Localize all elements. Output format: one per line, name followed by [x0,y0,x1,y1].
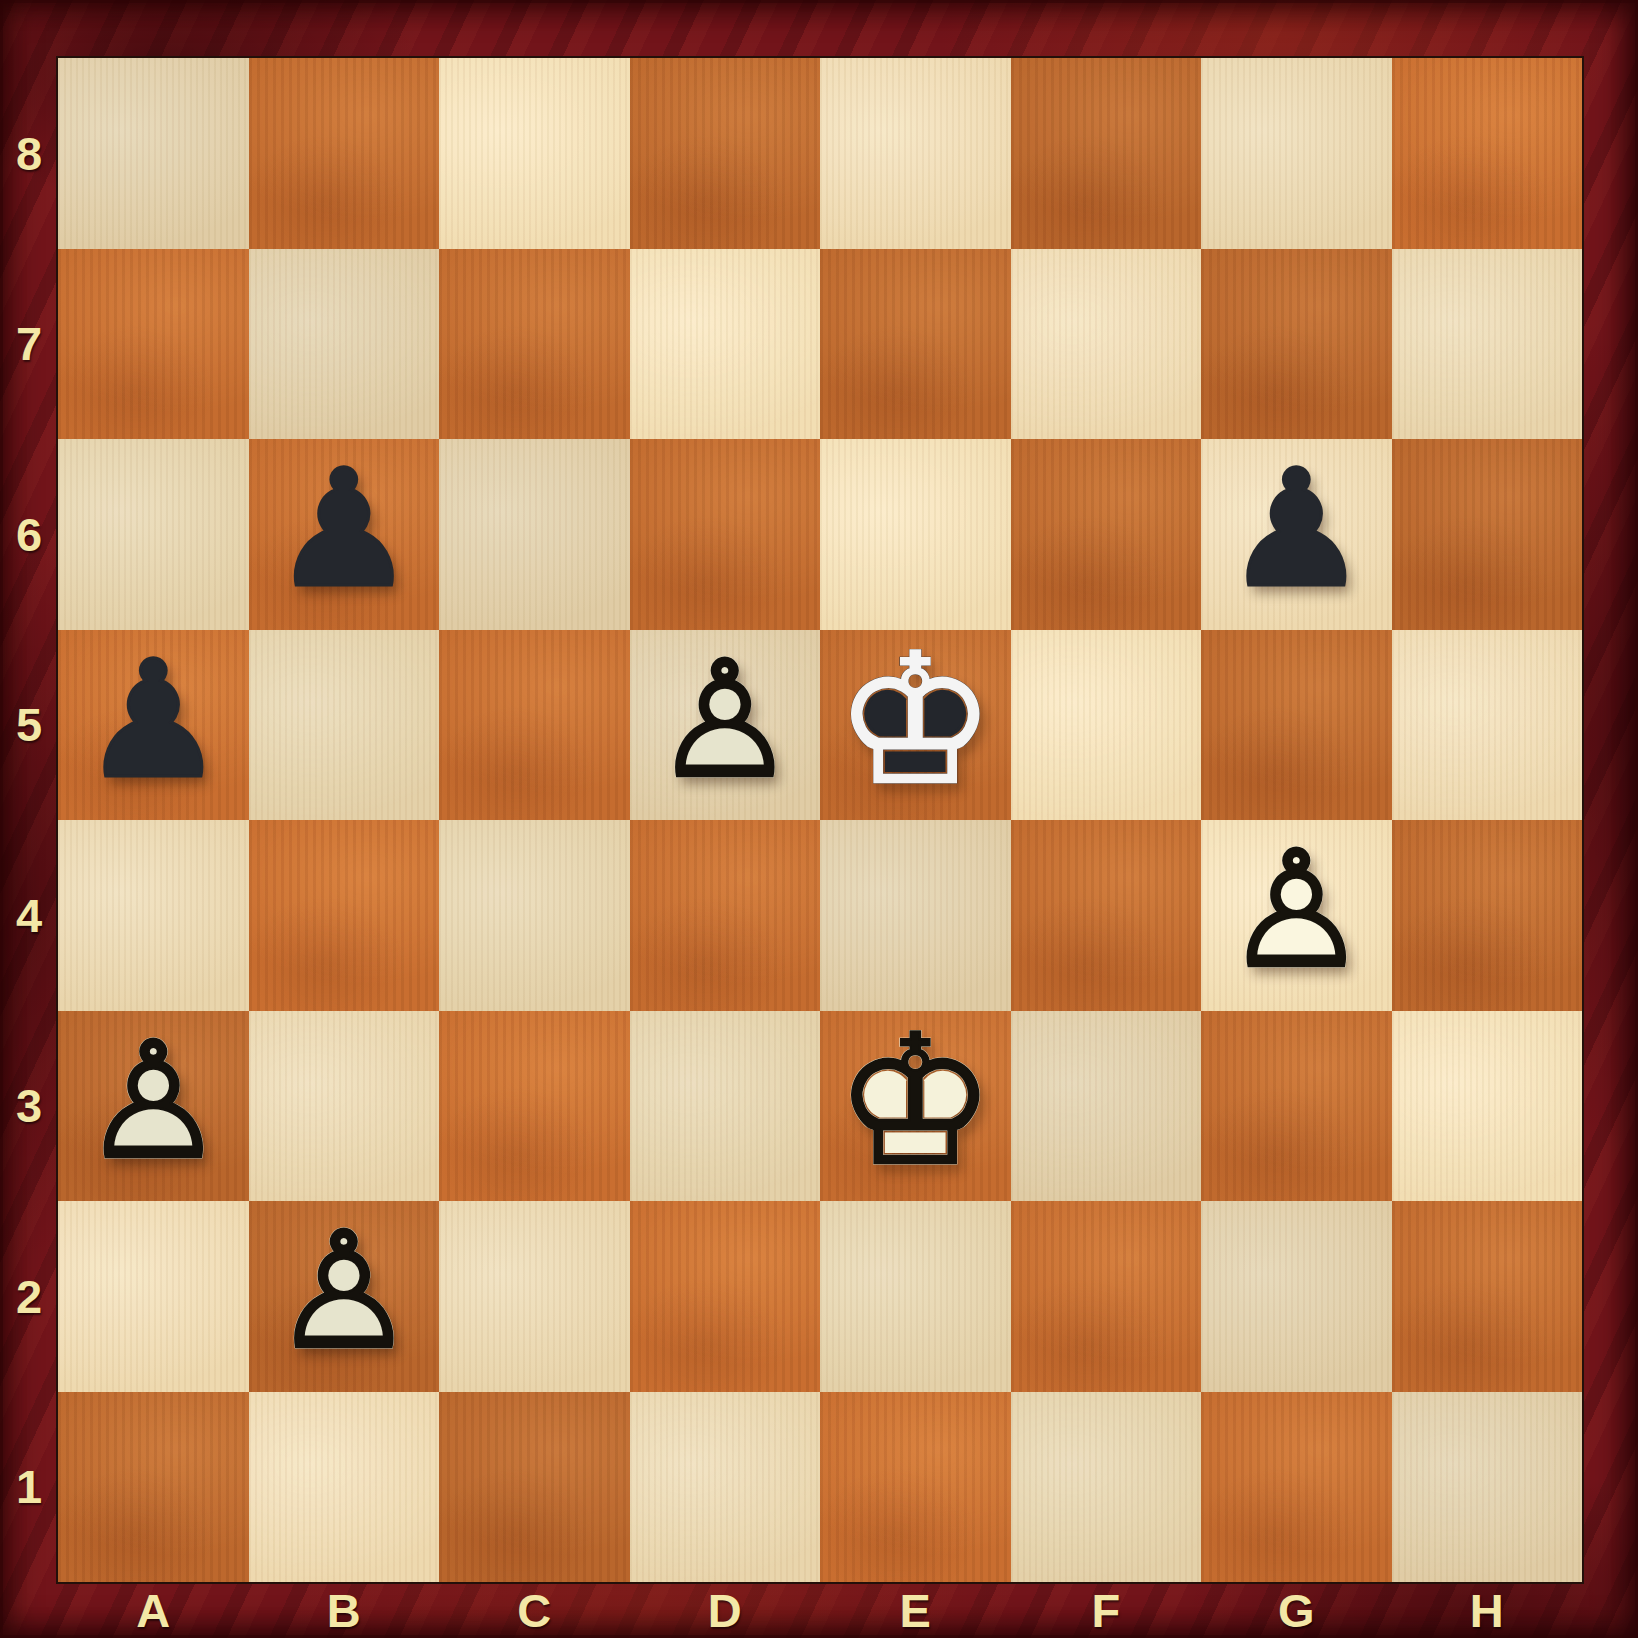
square-a6[interactable] [58,439,249,630]
square-e8[interactable] [820,58,1011,249]
file-label-a: A [136,1583,170,1638]
file-label-h: H [1470,1583,1504,1638]
piece-black-king[interactable]: ♚♔ [820,630,1011,821]
square-b8[interactable] [249,58,440,249]
piece-white-pawn[interactable]: ♟♙ [1201,820,1392,1011]
square-e7[interactable] [820,249,1011,440]
square-f8[interactable] [1011,58,1202,249]
square-e3[interactable]: ♚♔ [820,1011,1011,1202]
square-f7[interactable] [1011,249,1202,440]
square-f3[interactable] [1011,1011,1202,1202]
rank-label-3: 3 [16,1078,42,1133]
black-pawn-glyph: ♟ [58,639,249,801]
rank-label-2: 2 [16,1269,42,1324]
rank-label-8: 8 [16,126,42,181]
square-h4[interactable] [1392,820,1583,1011]
piece-white-pawn[interactable]: ♟♙ [249,1201,440,1392]
square-b4[interactable] [249,820,440,1011]
square-c8[interactable] [439,58,630,249]
square-b2[interactable]: ♟♙ [249,1201,440,1392]
file-label-g: G [1278,1583,1315,1638]
square-d1[interactable] [630,1392,821,1583]
square-e5[interactable]: ♚♔ [820,630,1011,821]
rank-label-4: 4 [16,888,42,943]
file-label-c: C [517,1583,551,1638]
square-b3[interactable] [249,1011,440,1202]
square-g4[interactable]: ♟♙ [1201,820,1392,1011]
square-d8[interactable] [630,58,821,249]
square-c1[interactable] [439,1392,630,1583]
piece-white-pawn[interactable]: ♟♙ [630,630,821,821]
square-h8[interactable] [1392,58,1583,249]
square-h5[interactable] [1392,630,1583,821]
square-h1[interactable] [1392,1392,1583,1583]
piece-white-king[interactable]: ♚♔ [820,1011,1011,1202]
square-b5[interactable] [249,630,440,821]
chess-board: ♟♟♟♟♙♚♔♟♙♟♙♚♔♟♙ [58,58,1582,1582]
piece-black-pawn[interactable]: ♟ [1201,439,1392,630]
square-f6[interactable] [1011,439,1202,630]
square-g1[interactable] [1201,1392,1392,1583]
square-g6[interactable]: ♟ [1201,439,1392,630]
black-pawn-glyph: ♟ [249,448,440,610]
square-e2[interactable] [820,1201,1011,1392]
square-f1[interactable] [1011,1392,1202,1583]
square-g5[interactable] [1201,630,1392,821]
square-d3[interactable] [630,1011,821,1202]
square-g2[interactable] [1201,1201,1392,1392]
square-h7[interactable] [1392,249,1583,440]
file-label-d: D [708,1583,742,1638]
file-label-f: F [1091,1583,1120,1638]
square-f4[interactable] [1011,820,1202,1011]
square-h2[interactable] [1392,1201,1583,1392]
square-a1[interactable] [58,1392,249,1583]
square-d7[interactable] [630,249,821,440]
square-c2[interactable] [439,1201,630,1392]
file-label-b: B [327,1583,361,1638]
square-c5[interactable] [439,630,630,821]
rank-label-1: 1 [16,1459,42,1514]
square-c7[interactable] [439,249,630,440]
square-g7[interactable] [1201,249,1392,440]
square-g8[interactable] [1201,58,1392,249]
square-a8[interactable] [58,58,249,249]
square-a4[interactable] [58,820,249,1011]
black-pawn-glyph: ♟ [1201,448,1392,610]
square-d2[interactable] [630,1201,821,1392]
square-f5[interactable] [1011,630,1202,821]
rank-label-7: 7 [16,316,42,371]
piece-black-pawn[interactable]: ♟ [249,439,440,630]
file-labels: ABCDEFGH [58,1582,1582,1638]
rank-label-6: 6 [16,507,42,562]
square-a3[interactable]: ♟♙ [58,1011,249,1202]
white-pawn-detail-lines: ♙ [1201,829,1392,991]
black-king-detail-lines: ♔ [820,630,1011,810]
file-label-e: E [900,1583,931,1638]
square-h6[interactable] [1392,439,1583,630]
chess-diagram: 87654321 ABCDEFGH ♟♟♟♟♙♚♔♟♙♟♙♚♔♟♙ [0,0,1638,1638]
square-e6[interactable] [820,439,1011,630]
white-pawn-detail-lines: ♙ [249,1210,440,1372]
square-c6[interactable] [439,439,630,630]
square-c3[interactable] [439,1011,630,1202]
white-pawn-detail-lines: ♙ [58,1020,249,1182]
square-a7[interactable] [58,249,249,440]
square-e1[interactable] [820,1392,1011,1583]
square-a5[interactable]: ♟ [58,630,249,821]
square-g3[interactable] [1201,1011,1392,1202]
white-pawn-detail-lines: ♙ [630,639,821,801]
square-d5[interactable]: ♟♙ [630,630,821,821]
rank-label-5: 5 [16,697,42,752]
square-d4[interactable] [630,820,821,1011]
square-b6[interactable]: ♟ [249,439,440,630]
square-h3[interactable] [1392,1011,1583,1202]
square-f2[interactable] [1011,1201,1202,1392]
white-king-detail-lines: ♔ [820,1011,1011,1191]
square-c4[interactable] [439,820,630,1011]
square-a2[interactable] [58,1201,249,1392]
piece-black-pawn[interactable]: ♟ [58,630,249,821]
square-b7[interactable] [249,249,440,440]
rank-labels: 87654321 [0,58,58,1582]
square-b1[interactable] [249,1392,440,1583]
square-e4[interactable] [820,820,1011,1011]
piece-white-pawn[interactable]: ♟♙ [58,1011,249,1202]
square-d6[interactable] [630,439,821,630]
